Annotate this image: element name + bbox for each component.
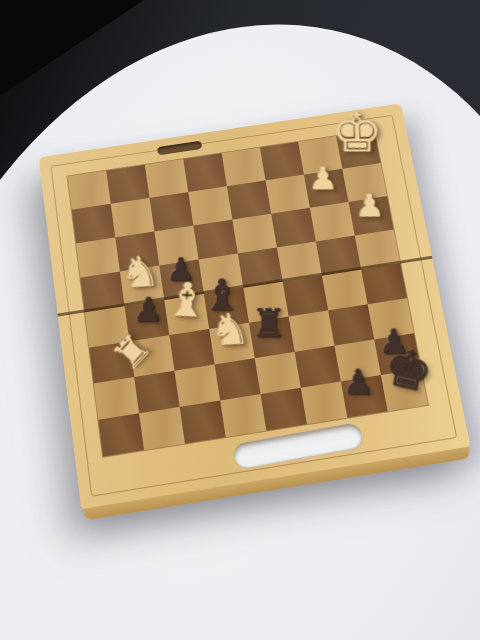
dark-pawn-2[interactable]: ♟ xyxy=(133,293,164,326)
light-knight-1[interactable]: ♞ xyxy=(120,250,161,295)
piece-layer: ♚♟♟♞♟♟♝♝♞♜♜♟♚♟ xyxy=(66,130,426,456)
light-king[interactable]: ♚ xyxy=(331,105,384,160)
dark-rook[interactable]: ♜ xyxy=(250,303,286,343)
top-handle-slot xyxy=(157,141,202,156)
dark-king[interactable]: ♚ xyxy=(380,339,437,401)
chess-board: ♚♟♟♞♟♟♝♝♞♜♜♟♚♟ xyxy=(39,103,471,510)
light-pawn-2[interactable]: ♟ xyxy=(355,189,386,221)
light-rook-tipped[interactable]: ♜ xyxy=(107,326,159,377)
light-pawn-1[interactable]: ♟ xyxy=(308,162,338,194)
light-knight-2[interactable]: ♞ xyxy=(209,307,251,353)
dark-pawn-4[interactable]: ♟ xyxy=(342,364,374,398)
